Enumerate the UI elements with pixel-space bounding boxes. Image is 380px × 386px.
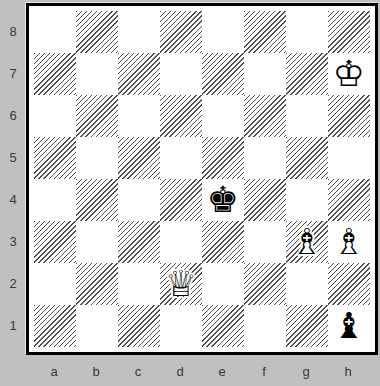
square-a3[interactable] <box>34 221 76 263</box>
square-d1[interactable] <box>160 305 202 347</box>
piece-glyph: ♗ <box>291 224 323 260</box>
square-a1[interactable] <box>34 305 76 347</box>
file-label-g: g <box>285 359 327 383</box>
piece-glyph: ♚ <box>207 182 239 218</box>
square-h5[interactable] <box>328 137 370 179</box>
rank-label-3: 3 <box>0 220 26 262</box>
square-h6[interactable] <box>328 95 370 137</box>
square-f4[interactable] <box>244 179 286 221</box>
square-a8[interactable] <box>34 11 76 53</box>
rank-label-8: 8 <box>0 10 26 52</box>
square-e8[interactable] <box>202 11 244 53</box>
square-c8[interactable] <box>118 11 160 53</box>
square-f8[interactable] <box>244 11 286 53</box>
rank-label-7: 7 <box>0 52 26 94</box>
square-e6[interactable] <box>202 95 244 137</box>
square-f6[interactable] <box>244 95 286 137</box>
square-g3[interactable]: ♝♗ <box>286 221 328 263</box>
chess-diagram-window: 87654321 ♚♔♚♚♝♗♝♗♛♕♝♝ abcdefgh <box>0 0 380 386</box>
square-h3[interactable]: ♝♗ <box>328 221 370 263</box>
square-g2[interactable] <box>286 263 328 305</box>
piece-glyph: ♔ <box>333 56 365 92</box>
square-f5[interactable] <box>244 137 286 179</box>
square-a5[interactable] <box>34 137 76 179</box>
piece-glyph: ♝ <box>333 308 365 344</box>
square-b2[interactable] <box>76 263 118 305</box>
file-label-d: d <box>159 359 201 383</box>
square-e1[interactable] <box>202 305 244 347</box>
rank-labels: 87654321 <box>0 10 26 346</box>
black-king-piece[interactable]: ♚♚ <box>207 182 239 218</box>
chess-board: ♚♔♚♚♝♗♝♗♛♕♝♝ <box>33 10 371 348</box>
square-f3[interactable] <box>244 221 286 263</box>
square-d2[interactable]: ♛♕ <box>160 263 202 305</box>
square-c5[interactable] <box>118 137 160 179</box>
square-h8[interactable] <box>328 11 370 53</box>
file-label-a: a <box>33 359 75 383</box>
square-c6[interactable] <box>118 95 160 137</box>
file-label-b: b <box>75 359 117 383</box>
square-b6[interactable] <box>76 95 118 137</box>
square-e2[interactable] <box>202 263 244 305</box>
piece-glyph: ♗ <box>333 224 365 260</box>
square-f1[interactable] <box>244 305 286 347</box>
file-label-e: e <box>201 359 243 383</box>
square-d4[interactable] <box>160 179 202 221</box>
square-c7[interactable] <box>118 53 160 95</box>
square-g6[interactable] <box>286 95 328 137</box>
square-e7[interactable] <box>202 53 244 95</box>
square-c4[interactable] <box>118 179 160 221</box>
square-b3[interactable] <box>76 221 118 263</box>
square-d6[interactable] <box>160 95 202 137</box>
square-a7[interactable] <box>34 53 76 95</box>
square-b1[interactable] <box>76 305 118 347</box>
square-a2[interactable] <box>34 263 76 305</box>
file-label-h: h <box>327 359 369 383</box>
white-bishop-piece[interactable]: ♝♗ <box>333 224 365 260</box>
square-e5[interactable] <box>202 137 244 179</box>
square-c2[interactable] <box>118 263 160 305</box>
square-d7[interactable] <box>160 53 202 95</box>
square-g5[interactable] <box>286 137 328 179</box>
white-queen-piece[interactable]: ♛♕ <box>165 266 197 302</box>
square-b8[interactable] <box>76 11 118 53</box>
square-g1[interactable] <box>286 305 328 347</box>
square-h1[interactable]: ♝♝ <box>328 305 370 347</box>
square-d3[interactable] <box>160 221 202 263</box>
square-d8[interactable] <box>160 11 202 53</box>
square-b7[interactable] <box>76 53 118 95</box>
square-b4[interactable] <box>76 179 118 221</box>
square-e3[interactable] <box>202 221 244 263</box>
board-frame: ♚♔♚♚♝♗♝♗♛♕♝♝ <box>26 3 378 355</box>
square-f7[interactable] <box>244 53 286 95</box>
square-f2[interactable] <box>244 263 286 305</box>
file-labels: abcdefgh <box>33 359 369 383</box>
black-bishop-piece[interactable]: ♝♝ <box>333 308 365 344</box>
rank-label-1: 1 <box>0 304 26 346</box>
piece-glyph: ♕ <box>165 266 197 302</box>
file-label-f: f <box>243 359 285 383</box>
square-e4[interactable]: ♚♚ <box>202 179 244 221</box>
square-g4[interactable] <box>286 179 328 221</box>
square-h4[interactable] <box>328 179 370 221</box>
square-c1[interactable] <box>118 305 160 347</box>
square-a6[interactable] <box>34 95 76 137</box>
rank-label-2: 2 <box>0 262 26 304</box>
square-b5[interactable] <box>76 137 118 179</box>
file-label-c: c <box>117 359 159 383</box>
rank-label-6: 6 <box>0 94 26 136</box>
square-g7[interactable] <box>286 53 328 95</box>
square-g8[interactable] <box>286 11 328 53</box>
rank-label-4: 4 <box>0 178 26 220</box>
square-d5[interactable] <box>160 137 202 179</box>
square-h7[interactable]: ♚♔ <box>328 53 370 95</box>
white-bishop-piece[interactable]: ♝♗ <box>291 224 323 260</box>
square-c3[interactable] <box>118 221 160 263</box>
white-king-piece[interactable]: ♚♔ <box>333 56 365 92</box>
square-a4[interactable] <box>34 179 76 221</box>
rank-label-5: 5 <box>0 136 26 178</box>
square-h2[interactable] <box>328 263 370 305</box>
